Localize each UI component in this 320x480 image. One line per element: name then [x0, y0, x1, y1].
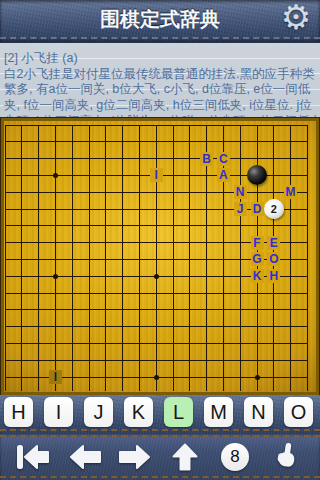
pointing-hand-icon — [273, 442, 301, 472]
go-board[interactable]: BCAINMJDFEGOKHl2 — [1, 118, 319, 395]
grid-line-horizontal — [5, 360, 308, 361]
letter-button-H[interactable]: H — [4, 397, 33, 427]
board-label-F[interactable]: F — [251, 236, 264, 250]
title-bar: 围棋定式辞典 ⚙ — [0, 0, 320, 42]
description-line: 繁多, 有a位一间关, b位大飞, c小飞, d位靠压, e位一间低 — [4, 82, 320, 98]
letter-button-I[interactable]: I — [44, 397, 73, 427]
board-label-D[interactable]: D — [251, 202, 264, 216]
board-label-J[interactable]: J — [234, 202, 247, 216]
description-line: 夹, f位一间高夹, g位二间高夹, h位三间低夹, i位星位. j位 — [4, 98, 320, 114]
board-label-B[interactable]: B — [200, 152, 213, 166]
star-point — [154, 375, 159, 380]
settings-gear-icon[interactable]: ⚙ — [278, 0, 314, 37]
grid-line-horizontal — [5, 141, 308, 142]
grid-line-horizontal — [5, 343, 308, 344]
board-label-l[interactable]: l — [49, 370, 62, 384]
board-label-K[interactable]: K — [251, 269, 264, 283]
board-label-H[interactable]: H — [267, 269, 280, 283]
variation-count-button[interactable]: 8 — [221, 443, 249, 471]
description-panel: [2] 小飞挂 (a) 白2小飞挂是对付星位最传统最普通的挂法.黑的应手种类 繁… — [0, 42, 320, 118]
star-point — [53, 274, 58, 279]
count-badge: 8 — [221, 443, 249, 471]
board-label-G[interactable]: G — [251, 252, 264, 266]
next-move-button[interactable] — [118, 444, 152, 470]
black-stone — [247, 165, 267, 185]
hand-play-button[interactable] — [273, 442, 301, 472]
letter-button-K[interactable]: K — [124, 397, 153, 427]
grid-line-horizontal — [5, 192, 308, 193]
letter-button-M[interactable]: M — [204, 397, 233, 427]
letter-button-L[interactable]: L — [164, 397, 193, 427]
board-label-E[interactable]: E — [267, 236, 280, 250]
white-stone: 2 — [264, 199, 284, 219]
arrow-right-icon — [118, 444, 152, 470]
prev-move-button[interactable] — [68, 444, 102, 470]
star-point — [154, 274, 159, 279]
grid-line-horizontal — [5, 309, 308, 310]
up-level-button[interactable] — [172, 442, 199, 471]
board-label-C[interactable]: C — [217, 152, 230, 166]
grid-line-horizontal — [5, 326, 308, 327]
board-label-I[interactable]: I — [150, 168, 163, 182]
nav-toolbar: 8 — [0, 433, 320, 480]
description-line: [2] 小飞挂 (a) — [4, 51, 320, 67]
board-label-M[interactable]: M — [284, 185, 297, 199]
letter-button-O[interactable]: O — [284, 397, 313, 427]
grid-line-horizontal — [5, 293, 308, 294]
star-point — [255, 375, 260, 380]
description-line: 白2小飞挂是对付星位最传统最普通的挂法.黑的应手种类 — [4, 67, 320, 83]
board-label-N[interactable]: N — [234, 185, 247, 199]
board-label-O[interactable]: O — [267, 252, 280, 266]
star-point — [53, 173, 58, 178]
letter-button-N[interactable]: N — [244, 397, 273, 427]
grid-line-horizontal — [5, 158, 308, 159]
go-board-grid[interactable]: BCAINMJDFEGOKHl2 — [4, 121, 316, 392]
variation-letter-bar: HIJKLMNO — [0, 395, 320, 433]
first-move-button[interactable] — [16, 444, 50, 470]
arrow-up-icon — [172, 442, 199, 471]
skip-to-start-icon — [16, 444, 50, 470]
grid-line-horizontal — [5, 125, 308, 126]
arrow-left-icon — [68, 444, 102, 470]
grid-line-horizontal — [5, 225, 308, 226]
board-label-A[interactable]: A — [217, 168, 230, 182]
page-title: 围棋定式辞典 — [0, 0, 320, 38]
letter-button-J[interactable]: J — [84, 397, 113, 427]
